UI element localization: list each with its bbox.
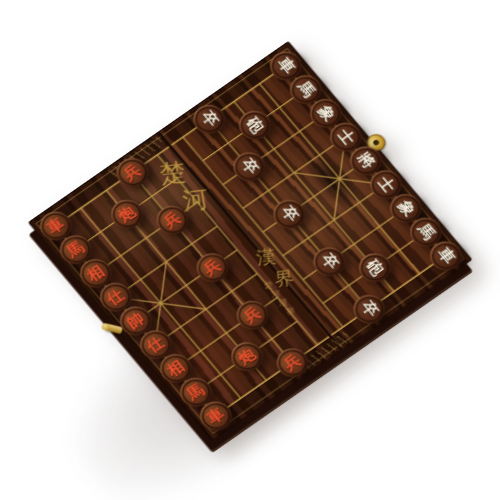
piece-character: 車 <box>203 404 228 428</box>
piece-character: 車 <box>272 54 298 77</box>
piece-character: 炮 <box>114 202 139 226</box>
piece-character: 馬 <box>412 221 438 244</box>
piece-character: 帥 <box>122 309 147 333</box>
piece-character: 兵 <box>279 351 304 375</box>
piece-character: 卒 <box>275 203 301 226</box>
piece-character: 象 <box>312 102 338 125</box>
piece-character: 將 <box>352 149 378 172</box>
piece-character: 仕 <box>142 333 167 357</box>
piece-character: 馬 <box>183 380 208 404</box>
river-char: 界 <box>285 306 295 318</box>
piece-character: 兵 <box>199 256 224 280</box>
piece-character: 士 <box>372 173 398 196</box>
piece-character: 士 <box>332 126 358 149</box>
piece-character: 仕 <box>102 285 127 309</box>
piece-character: 卒 <box>355 298 381 321</box>
piece-character: 砲 <box>361 256 387 279</box>
piece-character: 相 <box>82 262 107 286</box>
piece-character: 象 <box>392 197 418 220</box>
piece-character: 砲 <box>241 114 267 137</box>
piece-character: 車 <box>42 214 67 238</box>
piece-character: 兵 <box>159 208 184 232</box>
piece-character: 馬 <box>62 238 87 262</box>
piece-character: 馬 <box>292 78 318 101</box>
piece-character: 卒 <box>235 155 261 178</box>
piece-character: 卒 <box>195 108 221 131</box>
piece-character: 車 <box>432 244 458 267</box>
piece-character: 卒 <box>315 250 341 273</box>
product-photo-stage: 楚 河 漢 界 楚 河 漢 界 車馬相仕帥仕相馬車炮炮兵兵兵兵兵車馬象士將士象馬… <box>0 0 500 500</box>
piece-character: 兵 <box>239 303 264 327</box>
piece-character: 兵 <box>119 161 144 185</box>
piece-character: 相 <box>162 357 187 381</box>
piece-character: 炮 <box>234 345 259 369</box>
